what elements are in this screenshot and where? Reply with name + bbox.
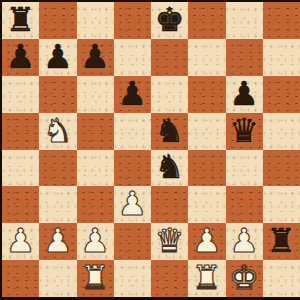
square-d1[interactable]	[114, 260, 151, 297]
white-pawn[interactable]: ♟	[118, 187, 148, 220]
square-h5[interactable]	[263, 113, 300, 150]
black-rook[interactable]: ♜	[267, 224, 297, 257]
square-g7[interactable]	[226, 39, 263, 76]
black-king[interactable]: ♚	[155, 3, 185, 36]
square-a2[interactable]: ♟	[2, 223, 39, 260]
square-c3[interactable]	[77, 186, 114, 223]
square-a8[interactable]: ♜	[2, 2, 39, 39]
white-pawn[interactable]: ♟	[192, 224, 222, 257]
square-e7[interactable]	[151, 39, 188, 76]
square-f7[interactable]	[188, 39, 225, 76]
white-rook[interactable]: ♜	[192, 261, 222, 294]
white-pawn[interactable]: ♟	[229, 224, 259, 257]
square-e3[interactable]	[151, 186, 188, 223]
square-f3[interactable]	[188, 186, 225, 223]
white-pawn[interactable]: ♟	[80, 224, 110, 257]
black-pawn[interactable]: ♟	[43, 40, 73, 73]
square-h2[interactable]: ♜	[263, 223, 300, 260]
black-pawn[interactable]: ♟	[118, 77, 148, 110]
square-h6[interactable]	[263, 76, 300, 113]
white-knight[interactable]: ♞	[43, 114, 73, 147]
square-d6[interactable]: ♟	[114, 76, 151, 113]
square-b4[interactable]	[39, 150, 76, 187]
black-pawn[interactable]: ♟	[6, 40, 36, 73]
square-b1[interactable]	[39, 260, 76, 297]
square-f5[interactable]	[188, 113, 225, 150]
square-h4[interactable]	[263, 150, 300, 187]
square-c1[interactable]: ♜	[77, 260, 114, 297]
square-e1[interactable]	[151, 260, 188, 297]
black-knight[interactable]: ♞	[155, 114, 185, 147]
square-c5[interactable]	[77, 113, 114, 150]
black-pawn[interactable]: ♟	[229, 77, 259, 110]
square-g2[interactable]: ♟	[226, 223, 263, 260]
square-b3[interactable]	[39, 186, 76, 223]
square-b5[interactable]: ♞	[39, 113, 76, 150]
square-c7[interactable]: ♟	[77, 39, 114, 76]
square-a3[interactable]	[2, 186, 39, 223]
square-e8[interactable]: ♚	[151, 2, 188, 39]
square-h8[interactable]	[263, 2, 300, 39]
square-b8[interactable]	[39, 2, 76, 39]
square-d5[interactable]	[114, 113, 151, 150]
square-d7[interactable]	[114, 39, 151, 76]
square-a4[interactable]	[2, 150, 39, 187]
chess-app-frame: ♜♚♟♟♟♟♟♞♞♛♞♟♟♟♟♛♟♟♜♜♜♚	[0, 0, 300, 300]
white-pawn[interactable]: ♟	[43, 224, 73, 257]
square-g6[interactable]: ♟	[226, 76, 263, 113]
white-king[interactable]: ♚	[229, 261, 259, 294]
square-e4[interactable]: ♞	[151, 150, 188, 187]
square-f2[interactable]: ♟	[188, 223, 225, 260]
square-e5[interactable]: ♞	[151, 113, 188, 150]
square-d4[interactable]	[114, 150, 151, 187]
square-h1[interactable]	[263, 260, 300, 297]
square-a6[interactable]	[2, 76, 39, 113]
square-b6[interactable]	[39, 76, 76, 113]
square-f4[interactable]	[188, 150, 225, 187]
square-f1[interactable]: ♜	[188, 260, 225, 297]
square-g4[interactable]	[226, 150, 263, 187]
square-h7[interactable]	[263, 39, 300, 76]
square-a1[interactable]	[2, 260, 39, 297]
square-f6[interactable]	[188, 76, 225, 113]
square-d8[interactable]	[114, 2, 151, 39]
black-queen[interactable]: ♛	[229, 114, 259, 147]
square-g3[interactable]	[226, 186, 263, 223]
square-d2[interactable]	[114, 223, 151, 260]
white-pawn[interactable]: ♟	[6, 224, 36, 257]
square-g1[interactable]: ♚	[226, 260, 263, 297]
square-a5[interactable]	[2, 113, 39, 150]
chess-board: ♜♚♟♟♟♟♟♞♞♛♞♟♟♟♟♛♟♟♜♜♜♚	[0, 0, 300, 300]
square-b7[interactable]: ♟	[39, 39, 76, 76]
black-knight[interactable]: ♞	[155, 150, 185, 183]
square-f8[interactable]	[188, 2, 225, 39]
square-g5[interactable]: ♛	[226, 113, 263, 150]
square-c6[interactable]	[77, 76, 114, 113]
square-a7[interactable]: ♟	[2, 39, 39, 76]
square-c2[interactable]: ♟	[77, 223, 114, 260]
white-queen[interactable]: ♛	[155, 224, 185, 257]
square-b2[interactable]: ♟	[39, 223, 76, 260]
black-pawn[interactable]: ♟	[80, 40, 110, 73]
black-rook[interactable]: ♜	[6, 3, 36, 36]
white-rook[interactable]: ♜	[80, 261, 110, 294]
square-c8[interactable]	[77, 2, 114, 39]
square-c4[interactable]	[77, 150, 114, 187]
square-d3[interactable]: ♟	[114, 186, 151, 223]
square-e2[interactable]: ♛	[151, 223, 188, 260]
square-g8[interactable]	[226, 2, 263, 39]
square-h3[interactable]	[263, 186, 300, 223]
square-e6[interactable]	[151, 76, 188, 113]
